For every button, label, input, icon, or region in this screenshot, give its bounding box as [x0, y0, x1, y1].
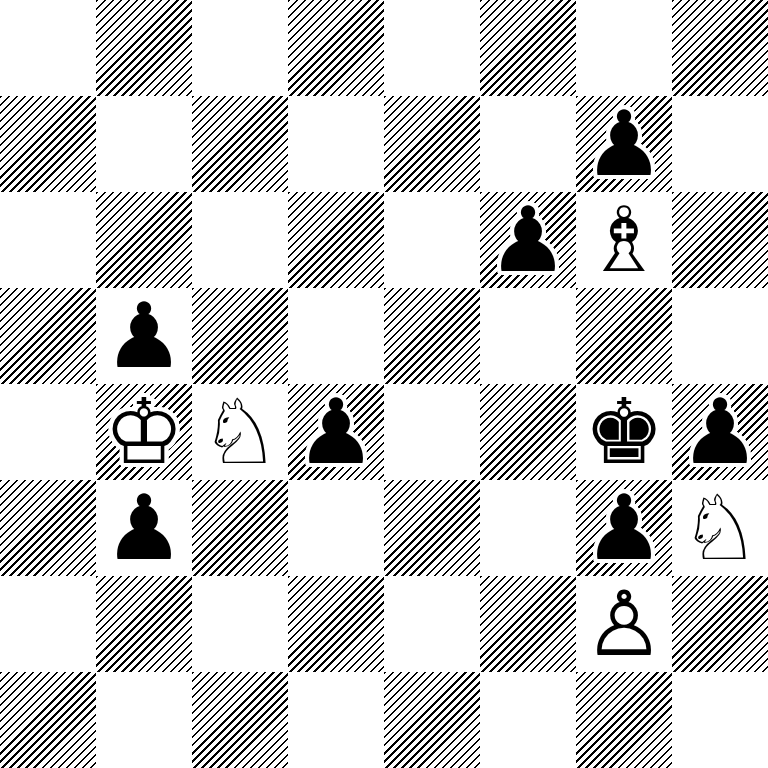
square-a4[interactable]: [0, 384, 96, 480]
white-king-silhouette: ♚: [104, 384, 185, 480]
square-h2[interactable]: [672, 576, 768, 672]
square-b2[interactable]: [96, 576, 192, 672]
square-f3[interactable]: [480, 480, 576, 576]
square-a6[interactable]: [0, 192, 96, 288]
piece-white-knight: ♞♘: [672, 480, 768, 576]
square-h5[interactable]: [672, 288, 768, 384]
piece-black-pawn: ♟♟: [672, 384, 768, 480]
square-c8[interactable]: [192, 0, 288, 96]
black-pawn-glyph: ♟: [104, 480, 185, 576]
piece-black-pawn: ♟♟: [480, 192, 576, 288]
square-f7[interactable]: [480, 96, 576, 192]
square-e4[interactable]: [384, 384, 480, 480]
square-h1[interactable]: [672, 672, 768, 768]
black-pawn-silhouette: ♟: [680, 384, 761, 480]
square-b7[interactable]: [96, 96, 192, 192]
square-c5[interactable]: [192, 288, 288, 384]
piece-white-king: ♚♔: [96, 384, 192, 480]
square-a2[interactable]: [0, 576, 96, 672]
piece-white-knight: ♞♘: [192, 384, 288, 480]
square-c2[interactable]: [192, 576, 288, 672]
square-b6[interactable]: [96, 192, 192, 288]
black-pawn-silhouette: ♟: [488, 192, 569, 288]
black-pawn-silhouette: ♟: [584, 96, 665, 192]
square-g2[interactable]: ♟♙: [576, 576, 672, 672]
black-pawn-silhouette: ♟: [104, 288, 185, 384]
square-c1[interactable]: [192, 672, 288, 768]
square-d3[interactable]: [288, 480, 384, 576]
square-a5[interactable]: [0, 288, 96, 384]
white-knight-silhouette: ♞: [200, 384, 281, 480]
square-a7[interactable]: [0, 96, 96, 192]
square-a8[interactable]: [0, 0, 96, 96]
square-e5[interactable]: [384, 288, 480, 384]
square-d5[interactable]: [288, 288, 384, 384]
black-pawn-glyph: ♟: [488, 192, 569, 288]
white-knight-glyph: ♘: [200, 384, 281, 480]
black-king-glyph: ♚: [584, 384, 665, 480]
white-pawn-silhouette: ♟: [584, 576, 665, 672]
black-pawn-glyph: ♟: [584, 96, 665, 192]
square-g5[interactable]: [576, 288, 672, 384]
piece-black-pawn: ♟♟: [576, 96, 672, 192]
square-f2[interactable]: [480, 576, 576, 672]
black-pawn-silhouette: ♟: [584, 480, 665, 576]
white-knight-silhouette: ♞: [680, 480, 761, 576]
square-c7[interactable]: [192, 96, 288, 192]
square-e7[interactable]: [384, 96, 480, 192]
square-b1[interactable]: [96, 672, 192, 768]
square-h7[interactable]: [672, 96, 768, 192]
square-f4[interactable]: [480, 384, 576, 480]
square-d2[interactable]: [288, 576, 384, 672]
square-c4[interactable]: ♞♘: [192, 384, 288, 480]
black-pawn-silhouette: ♟: [104, 480, 185, 576]
square-g7[interactable]: ♟♟: [576, 96, 672, 192]
square-g8[interactable]: [576, 0, 672, 96]
square-g3[interactable]: ♟♟: [576, 480, 672, 576]
square-h8[interactable]: [672, 0, 768, 96]
square-a1[interactable]: [0, 672, 96, 768]
square-d6[interactable]: [288, 192, 384, 288]
square-e2[interactable]: [384, 576, 480, 672]
square-b3[interactable]: ♟♟: [96, 480, 192, 576]
square-c6[interactable]: [192, 192, 288, 288]
black-pawn-glyph: ♟: [104, 288, 185, 384]
square-d8[interactable]: [288, 0, 384, 96]
square-f8[interactable]: [480, 0, 576, 96]
square-e6[interactable]: [384, 192, 480, 288]
piece-black-pawn: ♟♟: [288, 384, 384, 480]
square-g4[interactable]: ♚♚: [576, 384, 672, 480]
square-d1[interactable]: [288, 672, 384, 768]
piece-black-pawn: ♟♟: [96, 288, 192, 384]
black-king-silhouette: ♚: [584, 384, 665, 480]
square-a3[interactable]: [0, 480, 96, 576]
square-e8[interactable]: [384, 0, 480, 96]
piece-white-bishop: ♝♗: [576, 192, 672, 288]
square-f5[interactable]: [480, 288, 576, 384]
square-f6[interactable]: ♟♟: [480, 192, 576, 288]
white-bishop-glyph: ♗: [584, 192, 665, 288]
chess-board: ♟♟♟♟♝♗♟♟♚♔♞♘♟♟♚♚♟♟♟♟♟♟♞♘♟♙: [0, 0, 768, 768]
black-pawn-glyph: ♟: [296, 384, 377, 480]
square-b5[interactable]: ♟♟: [96, 288, 192, 384]
piece-white-pawn: ♟♙: [576, 576, 672, 672]
white-knight-glyph: ♘: [680, 480, 761, 576]
white-pawn-glyph: ♙: [584, 576, 665, 672]
square-h4[interactable]: ♟♟: [672, 384, 768, 480]
square-d4[interactable]: ♟♟: [288, 384, 384, 480]
square-g1[interactable]: [576, 672, 672, 768]
square-b8[interactable]: [96, 0, 192, 96]
square-h6[interactable]: [672, 192, 768, 288]
black-pawn-silhouette: ♟: [296, 384, 377, 480]
square-f1[interactable]: [480, 672, 576, 768]
piece-black-pawn: ♟♟: [96, 480, 192, 576]
black-pawn-glyph: ♟: [680, 384, 761, 480]
square-e3[interactable]: [384, 480, 480, 576]
white-bishop-silhouette: ♝: [584, 192, 665, 288]
white-king-glyph: ♔: [104, 384, 185, 480]
square-c3[interactable]: [192, 480, 288, 576]
square-e1[interactable]: [384, 672, 480, 768]
square-b4[interactable]: ♚♔: [96, 384, 192, 480]
square-d7[interactable]: [288, 96, 384, 192]
square-g6[interactable]: ♝♗: [576, 192, 672, 288]
piece-black-king: ♚♚: [576, 384, 672, 480]
black-pawn-glyph: ♟: [584, 480, 665, 576]
piece-black-pawn: ♟♟: [576, 480, 672, 576]
square-h3[interactable]: ♞♘: [672, 480, 768, 576]
